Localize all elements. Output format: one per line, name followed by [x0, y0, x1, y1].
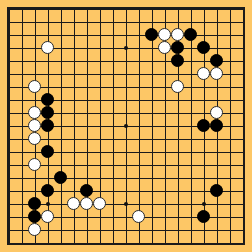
board-intersection[interactable]: [171, 2, 184, 15]
board-intersection[interactable]: [67, 158, 80, 171]
board-intersection[interactable]: [184, 28, 197, 41]
board-intersection[interactable]: [210, 145, 223, 158]
board-intersection[interactable]: [158, 158, 171, 171]
board-intersection[interactable]: [41, 93, 54, 106]
board-intersection[interactable]: [145, 184, 158, 197]
board-intersection[interactable]: [145, 223, 158, 236]
board-intersection[interactable]: [171, 119, 184, 132]
white-stone[interactable]: [171, 80, 184, 93]
board-intersection[interactable]: [197, 2, 210, 15]
board-intersection[interactable]: [41, 210, 54, 223]
board-intersection[interactable]: [106, 15, 119, 28]
board-intersection[interactable]: [236, 132, 249, 145]
board-intersection[interactable]: [28, 210, 41, 223]
board-intersection[interactable]: [93, 184, 106, 197]
board-intersection[interactable]: [67, 171, 80, 184]
board-intersection[interactable]: [93, 28, 106, 41]
board-intersection[interactable]: [223, 41, 236, 54]
black-stone[interactable]: [171, 54, 184, 67]
board-intersection[interactable]: [67, 15, 80, 28]
board-intersection[interactable]: [158, 54, 171, 67]
board-intersection[interactable]: [184, 223, 197, 236]
board-intersection[interactable]: [54, 93, 67, 106]
white-stone[interactable]: [28, 158, 41, 171]
board-intersection[interactable]: [2, 80, 15, 93]
board-intersection[interactable]: [210, 2, 223, 15]
board-intersection[interactable]: [41, 41, 54, 54]
board-intersection[interactable]: [67, 41, 80, 54]
board-intersection[interactable]: [28, 236, 41, 249]
board-intersection[interactable]: [210, 106, 223, 119]
board-intersection[interactable]: [184, 80, 197, 93]
board-intersection[interactable]: [15, 158, 28, 171]
board-intersection[interactable]: [28, 119, 41, 132]
board-intersection[interactable]: [145, 93, 158, 106]
board-intersection[interactable]: [41, 67, 54, 80]
board-intersection[interactable]: [2, 15, 15, 28]
black-stone[interactable]: [171, 41, 184, 54]
board-intersection[interactable]: [80, 41, 93, 54]
board-intersection[interactable]: [184, 197, 197, 210]
board-intersection[interactable]: [106, 106, 119, 119]
black-stone[interactable]: [210, 119, 223, 132]
board-intersection[interactable]: [236, 54, 249, 67]
board-intersection[interactable]: [145, 54, 158, 67]
board-intersection[interactable]: [119, 236, 132, 249]
board-intersection[interactable]: [67, 145, 80, 158]
board-intersection[interactable]: [80, 15, 93, 28]
board-intersection[interactable]: [15, 132, 28, 145]
board-intersection[interactable]: [119, 171, 132, 184]
board-intersection[interactable]: [119, 67, 132, 80]
board-intersection[interactable]: [15, 67, 28, 80]
board-intersection[interactable]: [93, 106, 106, 119]
board-intersection[interactable]: [2, 28, 15, 41]
board-intersection[interactable]: [28, 80, 41, 93]
board-intersection[interactable]: [158, 145, 171, 158]
board-intersection[interactable]: [54, 28, 67, 41]
board-intersection[interactable]: [171, 41, 184, 54]
board-intersection[interactable]: [158, 132, 171, 145]
board-intersection[interactable]: [67, 223, 80, 236]
board-intersection[interactable]: [93, 2, 106, 15]
board-intersection[interactable]: [80, 236, 93, 249]
board-intersection[interactable]: [171, 171, 184, 184]
board-intersection[interactable]: [54, 223, 67, 236]
board-intersection[interactable]: [106, 41, 119, 54]
white-stone[interactable]: [28, 119, 41, 132]
board-intersection[interactable]: [210, 93, 223, 106]
board-intersection[interactable]: [210, 80, 223, 93]
board-intersection[interactable]: [28, 67, 41, 80]
board-intersection[interactable]: [236, 119, 249, 132]
board-intersection[interactable]: [158, 41, 171, 54]
white-stone[interactable]: [158, 41, 171, 54]
board-intersection[interactable]: [158, 236, 171, 249]
board-intersection[interactable]: [145, 2, 158, 15]
board-intersection[interactable]: [80, 145, 93, 158]
board-intersection[interactable]: [132, 145, 145, 158]
board-intersection[interactable]: [171, 145, 184, 158]
board-intersection[interactable]: [132, 93, 145, 106]
board-intersection[interactable]: [106, 158, 119, 171]
board-intersection[interactable]: [158, 2, 171, 15]
board-intersection[interactable]: [197, 54, 210, 67]
board-intersection[interactable]: [132, 223, 145, 236]
board-intersection[interactable]: [15, 223, 28, 236]
board-intersection[interactable]: [41, 236, 54, 249]
board-intersection[interactable]: [41, 145, 54, 158]
board-intersection[interactable]: [119, 145, 132, 158]
board-intersection[interactable]: [15, 41, 28, 54]
board-intersection[interactable]: [54, 106, 67, 119]
board-intersection[interactable]: [106, 119, 119, 132]
board-intersection[interactable]: [145, 210, 158, 223]
board-intersection[interactable]: [223, 93, 236, 106]
black-stone[interactable]: [54, 171, 67, 184]
white-stone[interactable]: [210, 106, 223, 119]
board-intersection[interactable]: [223, 15, 236, 28]
board-intersection[interactable]: [119, 28, 132, 41]
board-intersection[interactable]: [15, 197, 28, 210]
board-intersection[interactable]: [2, 119, 15, 132]
board-intersection[interactable]: [15, 80, 28, 93]
board-intersection[interactable]: [67, 236, 80, 249]
board-intersection[interactable]: [106, 28, 119, 41]
board-intersection[interactable]: [171, 184, 184, 197]
board-intersection[interactable]: [41, 15, 54, 28]
black-stone[interactable]: [210, 54, 223, 67]
board-intersection[interactable]: [197, 67, 210, 80]
board-intersection[interactable]: [197, 145, 210, 158]
board-intersection[interactable]: [171, 197, 184, 210]
board-intersection[interactable]: [28, 184, 41, 197]
board-intersection[interactable]: [54, 119, 67, 132]
board-intersection[interactable]: [28, 132, 41, 145]
black-stone[interactable]: [28, 197, 41, 210]
board-intersection[interactable]: [93, 145, 106, 158]
black-stone[interactable]: [80, 184, 93, 197]
board-intersection[interactable]: [236, 93, 249, 106]
board-intersection[interactable]: [236, 28, 249, 41]
board-intersection[interactable]: [54, 210, 67, 223]
board-intersection[interactable]: [28, 15, 41, 28]
board-intersection[interactable]: [158, 171, 171, 184]
board-intersection[interactable]: [54, 145, 67, 158]
board-intersection[interactable]: [119, 132, 132, 145]
board-intersection[interactable]: [119, 54, 132, 67]
board-intersection[interactable]: [41, 197, 54, 210]
board-intersection[interactable]: [2, 54, 15, 67]
board-intersection[interactable]: [119, 184, 132, 197]
board-intersection[interactable]: [67, 197, 80, 210]
board-intersection[interactable]: [223, 132, 236, 145]
white-stone[interactable]: [158, 28, 171, 41]
board-intersection[interactable]: [80, 67, 93, 80]
board-intersection[interactable]: [210, 41, 223, 54]
board-intersection[interactable]: [28, 54, 41, 67]
board-intersection[interactable]: [54, 67, 67, 80]
board-intersection[interactable]: [197, 236, 210, 249]
board-intersection[interactable]: [132, 106, 145, 119]
board-intersection[interactable]: [223, 210, 236, 223]
board-intersection[interactable]: [171, 67, 184, 80]
board-intersection[interactable]: [132, 54, 145, 67]
board-intersection[interactable]: [158, 197, 171, 210]
board-intersection[interactable]: [93, 54, 106, 67]
board-intersection[interactable]: [54, 2, 67, 15]
board-intersection[interactable]: [145, 158, 158, 171]
board-intersection[interactable]: [158, 93, 171, 106]
board-intersection[interactable]: [210, 210, 223, 223]
board-intersection[interactable]: [15, 119, 28, 132]
board-intersection[interactable]: [2, 197, 15, 210]
black-stone[interactable]: [197, 210, 210, 223]
board-intersection[interactable]: [236, 67, 249, 80]
board-intersection[interactable]: [106, 93, 119, 106]
board-intersection[interactable]: [15, 210, 28, 223]
board-intersection[interactable]: [197, 223, 210, 236]
board-intersection[interactable]: [145, 41, 158, 54]
black-stone[interactable]: [41, 93, 54, 106]
board-intersection[interactable]: [184, 2, 197, 15]
board-intersection[interactable]: [171, 132, 184, 145]
board-intersection[interactable]: [28, 158, 41, 171]
board-intersection[interactable]: [132, 15, 145, 28]
board-intersection[interactable]: [93, 93, 106, 106]
white-stone[interactable]: [132, 210, 145, 223]
board-intersection[interactable]: [106, 236, 119, 249]
board-intersection[interactable]: [41, 171, 54, 184]
board-intersection[interactable]: [106, 197, 119, 210]
board-intersection[interactable]: [171, 210, 184, 223]
board-intersection[interactable]: [54, 197, 67, 210]
board-intersection[interactable]: [210, 54, 223, 67]
board-intersection[interactable]: [41, 184, 54, 197]
board-intersection[interactable]: [15, 15, 28, 28]
board-intersection[interactable]: [80, 28, 93, 41]
board-intersection[interactable]: [93, 80, 106, 93]
board-intersection[interactable]: [197, 106, 210, 119]
board-intersection[interactable]: [197, 158, 210, 171]
white-stone[interactable]: [171, 28, 184, 41]
board-intersection[interactable]: [106, 54, 119, 67]
board-intersection[interactable]: [119, 119, 132, 132]
board-intersection[interactable]: [236, 106, 249, 119]
board-intersection[interactable]: [80, 106, 93, 119]
board-intersection[interactable]: [15, 184, 28, 197]
board-intersection[interactable]: [197, 28, 210, 41]
white-stone[interactable]: [28, 106, 41, 119]
board-intersection[interactable]: [41, 80, 54, 93]
board-intersection[interactable]: [145, 28, 158, 41]
board-intersection[interactable]: [145, 197, 158, 210]
board-intersection[interactable]: [223, 54, 236, 67]
board-intersection[interactable]: [171, 28, 184, 41]
board-intersection[interactable]: [2, 106, 15, 119]
white-stone[interactable]: [41, 41, 54, 54]
board-intersection[interactable]: [197, 184, 210, 197]
white-stone[interactable]: [28, 132, 41, 145]
board-intersection[interactable]: [80, 197, 93, 210]
board-intersection[interactable]: [119, 210, 132, 223]
board-intersection[interactable]: [223, 28, 236, 41]
board-intersection[interactable]: [41, 119, 54, 132]
black-stone[interactable]: [197, 119, 210, 132]
board-intersection[interactable]: [145, 236, 158, 249]
board-intersection[interactable]: [106, 184, 119, 197]
board-intersection[interactable]: [54, 184, 67, 197]
board-intersection[interactable]: [132, 28, 145, 41]
board-intersection[interactable]: [158, 28, 171, 41]
board-intersection[interactable]: [145, 145, 158, 158]
board-intersection[interactable]: [106, 210, 119, 223]
board-intersection[interactable]: [223, 106, 236, 119]
board-intersection[interactable]: [223, 2, 236, 15]
black-stone[interactable]: [41, 145, 54, 158]
board-intersection[interactable]: [106, 2, 119, 15]
board-intersection[interactable]: [93, 132, 106, 145]
board-intersection[interactable]: [106, 132, 119, 145]
board-intersection[interactable]: [119, 106, 132, 119]
board-intersection[interactable]: [210, 119, 223, 132]
board-intersection[interactable]: [67, 54, 80, 67]
board-intersection[interactable]: [80, 54, 93, 67]
white-stone[interactable]: [28, 80, 41, 93]
board-intersection[interactable]: [210, 197, 223, 210]
board-intersection[interactable]: [210, 15, 223, 28]
black-stone[interactable]: [145, 28, 158, 41]
board-intersection[interactable]: [184, 54, 197, 67]
board-intersection[interactable]: [158, 106, 171, 119]
board-intersection[interactable]: [236, 171, 249, 184]
board-intersection[interactable]: [236, 223, 249, 236]
board-intersection[interactable]: [67, 93, 80, 106]
board-intersection[interactable]: [132, 119, 145, 132]
board-intersection[interactable]: [41, 132, 54, 145]
board-intersection[interactable]: [80, 80, 93, 93]
board-intersection[interactable]: [93, 41, 106, 54]
board-intersection[interactable]: [184, 41, 197, 54]
board-intersection[interactable]: [223, 236, 236, 249]
board-intersection[interactable]: [184, 236, 197, 249]
black-stone[interactable]: [197, 41, 210, 54]
board-intersection[interactable]: [223, 223, 236, 236]
board-intersection[interactable]: [210, 158, 223, 171]
board-intersection[interactable]: [2, 158, 15, 171]
board-intersection[interactable]: [132, 171, 145, 184]
black-stone[interactable]: [41, 184, 54, 197]
board-intersection[interactable]: [93, 210, 106, 223]
black-stone[interactable]: [184, 28, 197, 41]
board-intersection[interactable]: [236, 184, 249, 197]
board-intersection[interactable]: [93, 171, 106, 184]
board-intersection[interactable]: [15, 106, 28, 119]
white-stone[interactable]: [67, 197, 80, 210]
board-intersection[interactable]: [15, 93, 28, 106]
board-intersection[interactable]: [80, 93, 93, 106]
white-stone[interactable]: [41, 210, 54, 223]
board-intersection[interactable]: [158, 119, 171, 132]
board-intersection[interactable]: [145, 171, 158, 184]
board-intersection[interactable]: [158, 210, 171, 223]
board-intersection[interactable]: [54, 236, 67, 249]
board-intersection[interactable]: [197, 197, 210, 210]
white-stone[interactable]: [210, 67, 223, 80]
board-intersection[interactable]: [93, 67, 106, 80]
board-intersection[interactable]: [28, 93, 41, 106]
board-intersection[interactable]: [15, 28, 28, 41]
board-intersection[interactable]: [197, 119, 210, 132]
board-intersection[interactable]: [67, 67, 80, 80]
board-intersection[interactable]: [93, 197, 106, 210]
board-intersection[interactable]: [15, 236, 28, 249]
board-intersection[interactable]: [106, 171, 119, 184]
board-intersection[interactable]: [67, 80, 80, 93]
board-intersection[interactable]: [171, 106, 184, 119]
board-intersection[interactable]: [93, 15, 106, 28]
board-intersection[interactable]: [184, 184, 197, 197]
board-intersection[interactable]: [106, 145, 119, 158]
black-stone[interactable]: [28, 210, 41, 223]
board-intersection[interactable]: [197, 80, 210, 93]
board-intersection[interactable]: [145, 119, 158, 132]
board-intersection[interactable]: [145, 67, 158, 80]
board-intersection[interactable]: [54, 158, 67, 171]
board-intersection[interactable]: [197, 210, 210, 223]
board-intersection[interactable]: [132, 80, 145, 93]
board-intersection[interactable]: [184, 67, 197, 80]
board-intersection[interactable]: [171, 223, 184, 236]
board-intersection[interactable]: [210, 67, 223, 80]
board-intersection[interactable]: [2, 223, 15, 236]
board-intersection[interactable]: [119, 2, 132, 15]
board-intersection[interactable]: [132, 67, 145, 80]
board-intersection[interactable]: [132, 132, 145, 145]
board-intersection[interactable]: [41, 54, 54, 67]
board-intersection[interactable]: [223, 119, 236, 132]
board-intersection[interactable]: [67, 210, 80, 223]
board-intersection[interactable]: [171, 54, 184, 67]
board-intersection[interactable]: [80, 171, 93, 184]
board-intersection[interactable]: [67, 119, 80, 132]
board-intersection[interactable]: [93, 119, 106, 132]
board-intersection[interactable]: [236, 41, 249, 54]
board-intersection[interactable]: [184, 106, 197, 119]
board-intersection[interactable]: [93, 236, 106, 249]
board-intersection[interactable]: [223, 80, 236, 93]
board-intersection[interactable]: [132, 210, 145, 223]
board-intersection[interactable]: [223, 184, 236, 197]
board-intersection[interactable]: [2, 236, 15, 249]
board-intersection[interactable]: [223, 145, 236, 158]
board-intersection[interactable]: [145, 106, 158, 119]
board-intersection[interactable]: [15, 54, 28, 67]
board-intersection[interactable]: [67, 184, 80, 197]
board-intersection[interactable]: [93, 223, 106, 236]
board-intersection[interactable]: [41, 158, 54, 171]
board-intersection[interactable]: [132, 236, 145, 249]
board-intersection[interactable]: [184, 158, 197, 171]
board-intersection[interactable]: [119, 15, 132, 28]
board-intersection[interactable]: [54, 132, 67, 145]
black-stone[interactable]: [41, 106, 54, 119]
board-intersection[interactable]: [184, 132, 197, 145]
board-intersection[interactable]: [132, 2, 145, 15]
board-intersection[interactable]: [106, 223, 119, 236]
board-intersection[interactable]: [28, 197, 41, 210]
board-intersection[interactable]: [80, 2, 93, 15]
